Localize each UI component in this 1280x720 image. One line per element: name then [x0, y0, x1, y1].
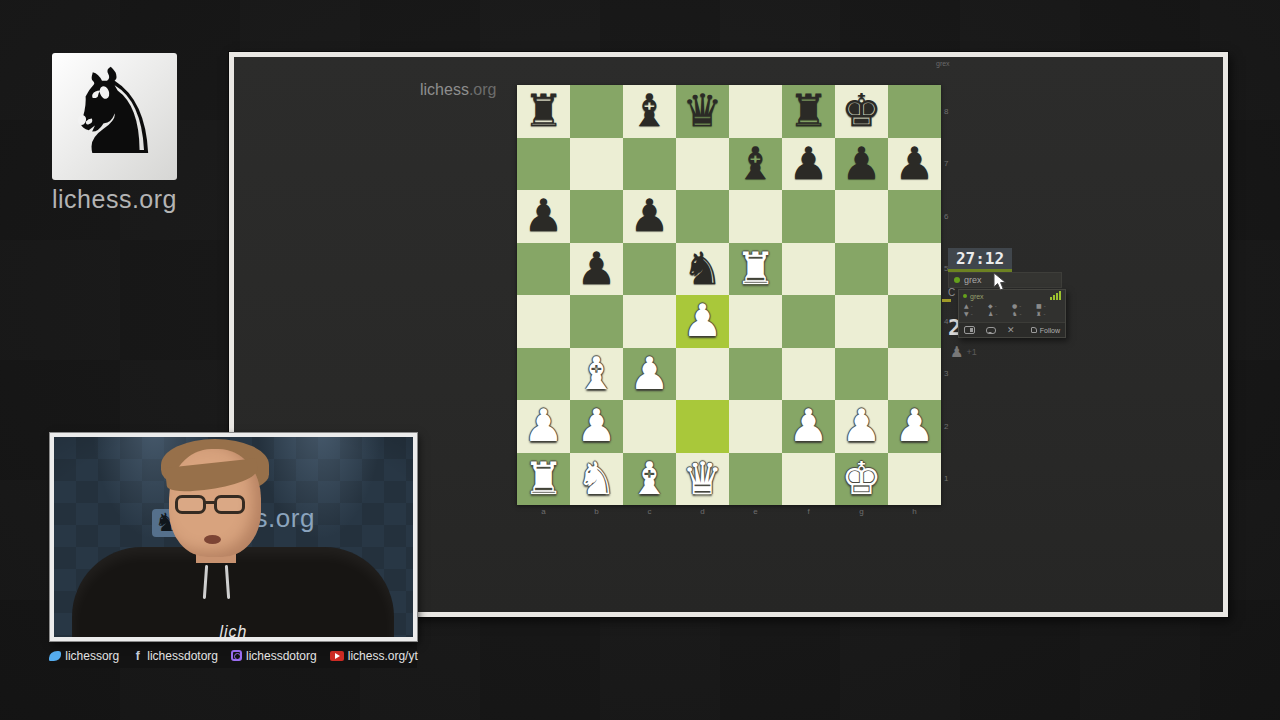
perf-classical: ■- — [1036, 302, 1060, 309]
white-piece-p-c3[interactable]: ♟ — [623, 348, 676, 401]
rank-label-2: 2 — [944, 400, 956, 453]
chat-icon[interactable] — [986, 327, 996, 334]
pawn-icon: ♟ — [950, 343, 963, 361]
perf-bullet-icon: ▲ — [964, 302, 969, 309]
square-c8[interactable]: ♝ — [623, 85, 676, 138]
square-g3[interactable] — [835, 348, 888, 401]
social-link-instagram[interactable]: lichessdotorg — [231, 649, 317, 663]
square-h4[interactable] — [888, 295, 941, 348]
white-piece-n-b1[interactable]: ♞ — [570, 453, 623, 506]
file-label-a: a — [517, 507, 570, 519]
black-piece-p-c6[interactable]: ♟ — [623, 190, 676, 243]
white-piece-p-b2[interactable]: ♟ — [570, 400, 623, 453]
square-d6[interactable] — [676, 190, 729, 243]
rank-label-7: 7 — [944, 138, 956, 191]
perf-bullet: ▲- — [964, 302, 988, 309]
square-a6[interactable]: ♟ — [517, 190, 570, 243]
perf-chess960: ♞- — [1012, 310, 1036, 317]
hoodie-logo-text: lich — [54, 623, 413, 641]
square-b2[interactable]: ♟ — [570, 400, 623, 453]
square-e8[interactable] — [729, 85, 782, 138]
square-d1[interactable]: ♛ — [676, 453, 729, 506]
glasses-left-lens — [175, 495, 206, 514]
black-piece-b-e7[interactable]: ♝ — [729, 138, 782, 191]
perf-blitz-icon: ◆ — [988, 302, 993, 309]
white-piece-b-c1[interactable]: ♝ — [623, 453, 676, 506]
square-f2[interactable]: ♟ — [782, 400, 835, 453]
black-piece-p-a6[interactable]: ♟ — [517, 190, 570, 243]
black-piece-n-d5[interactable]: ♞ — [676, 243, 729, 296]
perf-classical-icon: ■ — [1036, 302, 1042, 309]
square-c2[interactable] — [623, 400, 676, 453]
perf-rapid: ●- — [1012, 302, 1036, 309]
square-g6[interactable] — [835, 190, 888, 243]
rank-label-6: 6 — [944, 190, 956, 243]
square-f7[interactable]: ♟ — [782, 138, 835, 191]
perf-rapid-icon: ● — [1012, 302, 1017, 309]
square-h6[interactable] — [888, 190, 941, 243]
twitter-icon — [49, 651, 61, 661]
page-username: grex — [936, 60, 950, 67]
square-f1[interactable] — [782, 453, 835, 506]
square-a5[interactable] — [517, 243, 570, 296]
square-f6[interactable] — [782, 190, 835, 243]
square-d3[interactable] — [676, 348, 729, 401]
square-b7[interactable] — [570, 138, 623, 191]
occluded-bar-fragment — [942, 299, 951, 302]
square-e6[interactable] — [729, 190, 782, 243]
square-d4[interactable]: ♟ — [676, 295, 729, 348]
square-b3[interactable]: ♝ — [570, 348, 623, 401]
file-label-h: h — [888, 507, 941, 519]
perf-crazyhouse-icon: ♟ — [988, 310, 993, 317]
square-a3[interactable] — [517, 348, 570, 401]
square-h5[interactable] — [888, 243, 941, 296]
square-c3[interactable]: ♟ — [623, 348, 676, 401]
square-e1[interactable] — [729, 453, 782, 506]
online-dot-icon — [963, 294, 967, 298]
square-d7[interactable] — [676, 138, 729, 191]
site-title-primary: lichess — [420, 81, 469, 98]
occluded-text-fragment: C — [948, 287, 955, 298]
rank-label-1: 1 — [944, 453, 956, 506]
lichess-logo-block: ♞ lichess.org — [52, 53, 177, 214]
square-a1[interactable]: ♜ — [517, 453, 570, 506]
youtube-icon — [330, 651, 344, 661]
square-c4[interactable] — [623, 295, 676, 348]
square-h1[interactable] — [888, 453, 941, 506]
square-h8[interactable] — [888, 85, 941, 138]
glasses-right-lens — [214, 495, 245, 514]
white-piece-q-d1[interactable]: ♛ — [676, 453, 729, 506]
square-b5[interactable]: ♟ — [570, 243, 623, 296]
perf-correspondence-icon: ▼ — [964, 310, 969, 317]
perf-chess960-icon: ♞ — [1012, 310, 1017, 317]
white-piece-b-b3[interactable]: ♝ — [570, 348, 623, 401]
perf-ratings-grid: ▲-◆-●-■-▼-♟-♞-♜- — [959, 301, 1065, 318]
signal-bars-icon — [1050, 292, 1061, 300]
mouse-cursor — [993, 272, 1007, 292]
perf-correspondence: ▼- — [964, 310, 988, 317]
square-c5[interactable] — [623, 243, 676, 296]
site-title: lichess.org — [420, 81, 496, 99]
white-piece-r-e5[interactable]: ♜ — [729, 243, 782, 296]
square-h2[interactable]: ♟ — [888, 400, 941, 453]
black-piece-b-c8[interactable]: ♝ — [623, 85, 676, 138]
square-d2[interactable] — [676, 400, 729, 453]
black-piece-p-f7[interactable]: ♟ — [782, 138, 835, 191]
square-c7[interactable] — [623, 138, 676, 191]
online-dot-icon — [954, 277, 960, 283]
square-g1[interactable]: ♚ — [835, 453, 888, 506]
social-link-youtube[interactable]: lichess.org/yt — [330, 649, 418, 663]
webcam-overlay: ♞lichess.org lich — [50, 433, 417, 641]
streamer-person: lich — [54, 437, 413, 637]
social-link-twitter[interactable]: lichessorg — [49, 649, 119, 663]
facebook-icon: f — [132, 650, 143, 662]
file-label-c: c — [623, 507, 676, 519]
material-advantage: ♟ +1 — [950, 343, 977, 361]
square-c1[interactable]: ♝ — [623, 453, 676, 506]
site-title-secondary: .org — [469, 81, 497, 98]
rank-label-8: 8 — [944, 85, 956, 138]
white-piece-p-h2[interactable]: ♟ — [888, 400, 941, 453]
follow-button[interactable]: Follow — [1031, 327, 1060, 334]
square-e7[interactable]: ♝ — [729, 138, 782, 191]
lichess-logo: ♞ — [52, 53, 177, 180]
perf-king-of-the-hill: ♜- — [1036, 310, 1060, 317]
square-g7[interactable]: ♟ — [835, 138, 888, 191]
square-e4[interactable] — [729, 295, 782, 348]
square-c6[interactable]: ♟ — [623, 190, 676, 243]
black-piece-q-d8[interactable]: ♛ — [676, 85, 729, 138]
white-piece-p-f2[interactable]: ♟ — [782, 400, 835, 453]
black-piece-k-g8[interactable]: ♚ — [835, 85, 888, 138]
square-h3[interactable] — [888, 348, 941, 401]
file-label-g: g — [835, 507, 888, 519]
watch-tv-icon[interactable] — [964, 326, 975, 334]
black-piece-r-f8[interactable]: ♜ — [782, 85, 835, 138]
white-piece-p-d4[interactable]: ♟ — [676, 295, 729, 348]
black-piece-r-a8[interactable]: ♜ — [517, 85, 570, 138]
square-a7[interactable] — [517, 138, 570, 191]
chess-board[interactable]: ♜♝♛♜♚♝♟♟♟♟♟♟♞♜♟♝♟♟♟♟♟♟♜♞♝♛♚ — [517, 85, 941, 505]
square-g8[interactable]: ♚ — [835, 85, 888, 138]
knight-logo-icon: ♞ — [62, 53, 168, 171]
black-piece-p-g7[interactable]: ♟ — [835, 138, 888, 191]
player-minicard: grex ▲-◆-●-■-▼-♟-♞-♜- ✕ Follow — [958, 289, 1066, 338]
perf-crazyhouse: ♟- — [988, 310, 1012, 317]
square-b4[interactable] — [570, 295, 623, 348]
square-e3[interactable] — [729, 348, 782, 401]
black-piece-p-b5[interactable]: ♟ — [570, 243, 623, 296]
logo-caption: lichess.org — [52, 185, 177, 214]
square-g5[interactable] — [835, 243, 888, 296]
social-links-bar: lichessorgflichessdotorglichessdotorglic… — [50, 643, 417, 668]
square-g4[interactable] — [835, 295, 888, 348]
square-a8[interactable]: ♜ — [517, 85, 570, 138]
file-label-e: e — [729, 507, 782, 519]
square-a4[interactable] — [517, 295, 570, 348]
square-b6[interactable] — [570, 190, 623, 243]
file-label-b: b — [570, 507, 623, 519]
square-d5[interactable]: ♞ — [676, 243, 729, 296]
file-label-f: f — [782, 507, 835, 519]
black-piece-p-h7[interactable]: ♟ — [888, 138, 941, 191]
square-b8[interactable] — [570, 85, 623, 138]
white-piece-p-g2[interactable]: ♟ — [835, 400, 888, 453]
square-f4[interactable] — [782, 295, 835, 348]
square-g2[interactable]: ♟ — [835, 400, 888, 453]
white-piece-p-a2[interactable]: ♟ — [517, 400, 570, 453]
instagram-icon — [231, 650, 242, 661]
white-piece-r-a1[interactable]: ♜ — [517, 453, 570, 506]
thumb-up-icon — [1031, 327, 1037, 333]
square-b1[interactable]: ♞ — [570, 453, 623, 506]
square-e2[interactable] — [729, 400, 782, 453]
perf-blitz: ◆- — [988, 302, 1012, 309]
square-f8[interactable]: ♜ — [782, 85, 835, 138]
square-a2[interactable]: ♟ — [517, 400, 570, 453]
square-d8[interactable]: ♛ — [676, 85, 729, 138]
white-piece-k-g1[interactable]: ♚ — [835, 453, 888, 506]
challenge-cross-icon[interactable]: ✕ — [1007, 326, 1015, 335]
stream-canvas: ♞ lichess.org lichess.org grex ♜♝♛♜♚♝♟♟♟… — [0, 0, 1280, 720]
file-coordinates: abcdefgh — [517, 507, 941, 519]
top-clock: 27:12 — [948, 248, 1012, 269]
square-f3[interactable] — [782, 348, 835, 401]
square-h7[interactable]: ♟ — [888, 138, 941, 191]
square-e5[interactable]: ♜ — [729, 243, 782, 296]
minicard-username: grex — [970, 293, 1047, 300]
perf-king-of-the-hill-icon: ♜ — [1036, 310, 1041, 317]
file-label-d: d — [676, 507, 729, 519]
social-link-facebook[interactable]: flichessdotorg — [132, 649, 218, 663]
square-f5[interactable] — [782, 243, 835, 296]
